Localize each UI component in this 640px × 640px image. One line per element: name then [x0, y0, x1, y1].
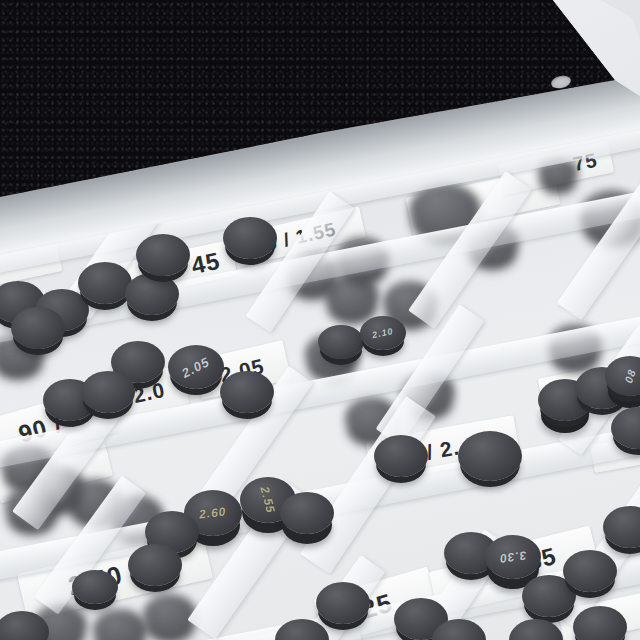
valve-shim	[128, 544, 182, 586]
valve-shim	[220, 371, 274, 413]
shim-engraving: 2.60	[199, 505, 228, 522]
valve-shim	[318, 325, 364, 359]
shim-engraving: 2.05	[180, 353, 213, 380]
valve-shim	[563, 550, 617, 592]
valve-shim	[325, 275, 379, 317]
valve-shim	[458, 431, 522, 481]
shim-engraving: 3.30	[498, 548, 527, 566]
valve-shim	[374, 435, 428, 477]
photo-canvas: 45 0 / 1.55 75 2.0 2.05 90 / 1 / 2. 2.50…	[0, 0, 640, 640]
valve-shim: 2.05	[168, 345, 224, 389]
valve-shim	[573, 606, 627, 640]
valve-shim	[11, 307, 65, 349]
valve-shim	[223, 217, 277, 259]
shim-engraving: 2.55	[258, 485, 279, 515]
valve-shim: 3.30	[485, 535, 541, 579]
valve-shim	[125, 273, 179, 315]
valve-shim	[143, 594, 197, 636]
shim-engraving: 08	[622, 367, 638, 384]
compartment-label: / 2.	[425, 436, 461, 462]
valve-shim	[72, 570, 118, 604]
valve-shim: 2.10	[360, 316, 406, 350]
valve-shim	[81, 371, 135, 413]
valve-shim	[78, 262, 132, 304]
valve-shim	[280, 492, 334, 534]
valve-shim	[316, 582, 370, 624]
shim-engraving: 2.10	[371, 326, 394, 340]
valve-shim	[136, 234, 190, 276]
